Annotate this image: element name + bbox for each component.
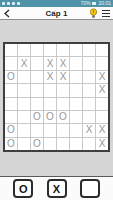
- cell-r5c6[interactable]: [70, 98, 82, 110]
- notification-icon: [12, 2, 15, 5]
- cell-r5c8[interactable]: [96, 98, 108, 110]
- cell-r1c2[interactable]: [18, 44, 30, 56]
- cell-r4c4[interactable]: [44, 84, 56, 96]
- cell-r2c1[interactable]: [5, 57, 17, 69]
- hamburger-icon: [102, 10, 110, 18]
- puzzle-board: XXXOXXXXOOOOXXOOX: [3, 42, 110, 152]
- cell-r7c4[interactable]: [44, 124, 56, 136]
- cell-r6c6[interactable]: [70, 111, 82, 123]
- cell-r2c7[interactable]: [83, 57, 95, 69]
- cell-r4c6[interactable]: [70, 84, 82, 96]
- cell-r1c8[interactable]: [96, 44, 108, 56]
- cell-r8c8[interactable]: X: [96, 138, 108, 150]
- cell-r3c5[interactable]: X: [57, 71, 69, 83]
- select-erase-button[interactable]: [80, 179, 100, 198]
- cell-r8c3[interactable]: O: [31, 138, 43, 150]
- lightbulb-icon: [89, 8, 98, 19]
- back-chevron-icon: [4, 9, 10, 18]
- cell-r6c3[interactable]: O: [31, 111, 43, 123]
- cell-r4c2[interactable]: [18, 84, 30, 96]
- select-o-button[interactable]: O: [13, 179, 33, 198]
- symbol-toolbar: O X: [0, 176, 113, 200]
- cell-r2c3[interactable]: [31, 57, 43, 69]
- cell-r2c8[interactable]: [96, 57, 108, 69]
- cell-r4c8[interactable]: X: [96, 84, 108, 96]
- cell-r8c1[interactable]: O: [5, 138, 17, 150]
- status-bar: 70% 20:01: [0, 0, 113, 7]
- cell-r1c5[interactable]: [57, 44, 69, 56]
- battery-icon: [92, 2, 96, 5]
- cell-r3c2[interactable]: [18, 71, 30, 83]
- cell-r5c2[interactable]: [18, 98, 30, 110]
- back-button[interactable]: [0, 7, 14, 20]
- hint-button[interactable]: [88, 8, 98, 19]
- cell-r5c5[interactable]: [57, 98, 69, 110]
- cell-r7c3[interactable]: [31, 124, 43, 136]
- cell-r2c5[interactable]: X: [57, 57, 69, 69]
- cell-r7c7[interactable]: X: [83, 124, 95, 136]
- cell-r4c1[interactable]: [5, 84, 17, 96]
- cell-r3c3[interactable]: [31, 71, 43, 83]
- notification-icon: [17, 2, 20, 5]
- cell-r8c7[interactable]: [83, 138, 95, 150]
- select-x-button[interactable]: X: [47, 179, 67, 198]
- cell-r1c3[interactable]: [31, 44, 43, 56]
- cell-r6c4[interactable]: O: [44, 111, 56, 123]
- cell-r5c7[interactable]: [83, 98, 95, 110]
- cell-r5c4[interactable]: [44, 98, 56, 110]
- cell-r1c7[interactable]: [83, 44, 95, 56]
- cell-r3c8[interactable]: X: [96, 71, 108, 83]
- notification-icon: [2, 2, 5, 5]
- cell-r6c5[interactable]: O: [57, 111, 69, 123]
- header: Cấp 1: [0, 7, 113, 20]
- cell-r5c1[interactable]: [5, 98, 17, 110]
- cell-r8c4[interactable]: [44, 138, 56, 150]
- cell-r3c6[interactable]: [70, 71, 82, 83]
- app-screen: 70% 20:01 Cấp 1 X: [0, 0, 113, 200]
- cell-r6c8[interactable]: [96, 111, 108, 123]
- cell-r8c2[interactable]: [18, 138, 30, 150]
- cell-r3c7[interactable]: [83, 71, 95, 83]
- cell-r1c1[interactable]: [5, 44, 17, 56]
- battery-percent: 70%: [80, 0, 90, 7]
- cell-r8c6[interactable]: [70, 138, 82, 150]
- cell-r3c1[interactable]: O: [5, 71, 17, 83]
- cell-r3c4[interactable]: X: [44, 71, 56, 83]
- cell-r8c5[interactable]: [57, 138, 69, 150]
- cell-r4c5[interactable]: [57, 84, 69, 96]
- cell-r2c6[interactable]: [70, 57, 82, 69]
- cell-r7c8[interactable]: X: [96, 124, 108, 136]
- menu-button[interactable]: [101, 8, 111, 19]
- status-clock: 20:01: [98, 0, 111, 7]
- cell-r6c7[interactable]: [83, 111, 95, 123]
- cell-r7c6[interactable]: [70, 124, 82, 136]
- cell-r6c1[interactable]: [5, 111, 17, 123]
- cell-r4c3[interactable]: [31, 84, 43, 96]
- cell-r7c5[interactable]: [57, 124, 69, 136]
- cell-r6c2[interactable]: [18, 111, 30, 123]
- cell-r1c4[interactable]: [44, 44, 56, 56]
- notification-icon: [7, 2, 10, 5]
- cell-r4c7[interactable]: [83, 84, 95, 96]
- cell-r1c6[interactable]: [70, 44, 82, 56]
- cell-r7c1[interactable]: O: [5, 124, 17, 136]
- cell-r7c2[interactable]: [18, 124, 30, 136]
- cell-r5c3[interactable]: [31, 98, 43, 110]
- cell-r2c4[interactable]: X: [44, 57, 56, 69]
- cell-r2c2[interactable]: X: [18, 57, 30, 69]
